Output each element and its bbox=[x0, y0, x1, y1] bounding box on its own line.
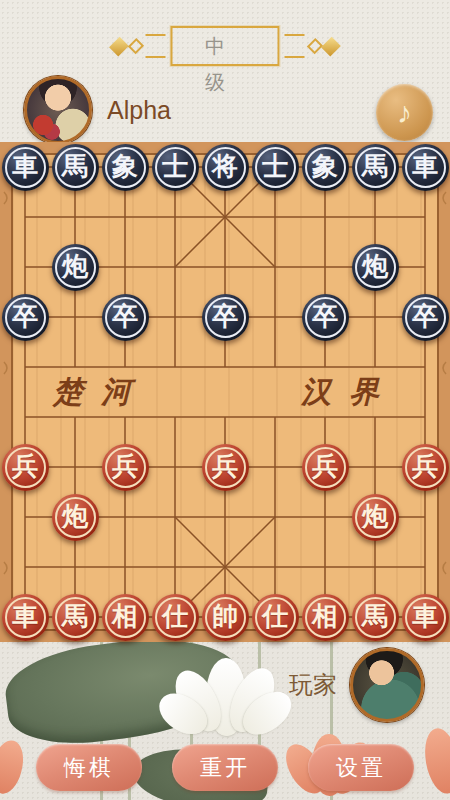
gold-rail bbox=[284, 34, 304, 58]
restart-button[interactable]: 重开 bbox=[172, 744, 278, 791]
piece-face: 馬 bbox=[55, 597, 96, 638]
piece-face: 士 bbox=[255, 147, 296, 188]
piece-char: 相 bbox=[112, 604, 138, 630]
piece-face: 馬 bbox=[55, 147, 96, 188]
piece-char: 車 bbox=[12, 154, 38, 180]
piece-face: 兵 bbox=[5, 447, 46, 488]
gold-ornament-icon bbox=[321, 36, 341, 56]
piece-char: 卒 bbox=[412, 304, 438, 330]
piece-face: 相 bbox=[105, 597, 146, 638]
player-avatar bbox=[350, 648, 424, 722]
piece-char: 相 bbox=[312, 604, 338, 630]
piece-red-elephant[interactable]: 相 bbox=[302, 594, 349, 641]
piece-char: 士 bbox=[162, 154, 188, 180]
gold-ornament-icon bbox=[127, 38, 143, 54]
piece-face: 仕 bbox=[255, 597, 296, 638]
piece-char: 兵 bbox=[212, 454, 238, 480]
piece-red-general[interactable]: 帥 bbox=[202, 594, 249, 641]
piece-char: 卒 bbox=[312, 304, 338, 330]
piece-char: 炮 bbox=[62, 254, 88, 280]
level-label: 中级 bbox=[171, 26, 279, 66]
piece-face: 将 bbox=[205, 147, 246, 188]
piece-face: 兵 bbox=[205, 447, 246, 488]
action-bar: 悔棋 重开 设置 bbox=[0, 744, 450, 791]
piece-char: 兵 bbox=[12, 454, 38, 480]
piece-face: 炮 bbox=[355, 497, 396, 538]
settings-button[interactable]: 设置 bbox=[308, 744, 414, 791]
piece-black-general[interactable]: 将 bbox=[202, 144, 249, 191]
piece-face: 馬 bbox=[355, 147, 396, 188]
level-badge: 中级 bbox=[113, 26, 338, 66]
piece-face: 象 bbox=[305, 147, 346, 188]
piece-face: 兵 bbox=[305, 447, 346, 488]
piece-face: 象 bbox=[105, 147, 146, 188]
piece-red-soldier[interactable]: 兵 bbox=[2, 444, 49, 491]
piece-char: 士 bbox=[262, 154, 288, 180]
piece-char: 仕 bbox=[162, 604, 188, 630]
piece-face: 炮 bbox=[355, 247, 396, 288]
piece-char: 兵 bbox=[412, 454, 438, 480]
piece-black-horse[interactable]: 馬 bbox=[52, 144, 99, 191]
piece-face: 卒 bbox=[405, 297, 446, 338]
opponent-name: Alpha bbox=[107, 96, 171, 125]
piece-red-advisor[interactable]: 仕 bbox=[252, 594, 299, 641]
piece-black-advisor[interactable]: 士 bbox=[252, 144, 299, 191]
piece-face: 卒 bbox=[5, 297, 46, 338]
opponent-info: Alpha bbox=[24, 76, 171, 144]
player-name: 玩家 bbox=[289, 669, 337, 701]
piece-face: 帥 bbox=[205, 597, 246, 638]
piece-black-soldier[interactable]: 卒 bbox=[2, 294, 49, 341]
piece-black-horse[interactable]: 馬 bbox=[352, 144, 399, 191]
piece-red-soldier[interactable]: 兵 bbox=[202, 444, 249, 491]
piece-char: 将 bbox=[212, 154, 238, 180]
music-button[interactable]: ♪ bbox=[376, 84, 433, 141]
piece-red-chariot[interactable]: 車 bbox=[402, 594, 449, 641]
piece-char: 炮 bbox=[362, 504, 388, 530]
piece-face: 炮 bbox=[55, 497, 96, 538]
piece-char: 炮 bbox=[362, 254, 388, 280]
piece-face: 兵 bbox=[105, 447, 146, 488]
piece-face: 士 bbox=[155, 147, 196, 188]
piece-char: 馬 bbox=[62, 154, 88, 180]
piece-char: 仕 bbox=[262, 604, 288, 630]
piece-char: 兵 bbox=[312, 454, 338, 480]
piece-char: 馬 bbox=[362, 154, 388, 180]
piece-red-soldier[interactable]: 兵 bbox=[402, 444, 449, 491]
piece-char: 帥 bbox=[212, 604, 238, 630]
piece-face: 相 bbox=[305, 597, 346, 638]
piece-black-soldier[interactable]: 卒 bbox=[202, 294, 249, 341]
piece-char: 象 bbox=[312, 154, 338, 180]
piece-red-cannon[interactable]: 炮 bbox=[352, 494, 399, 541]
piece-char: 卒 bbox=[212, 304, 238, 330]
piece-char: 兵 bbox=[112, 454, 138, 480]
piece-black-soldier[interactable]: 卒 bbox=[102, 294, 149, 341]
white-lotus-flower bbox=[168, 650, 283, 750]
piece-face: 仕 bbox=[155, 597, 196, 638]
piece-red-soldier[interactable]: 兵 bbox=[302, 444, 349, 491]
piece-red-elephant[interactable]: 相 bbox=[102, 594, 149, 641]
piece-face: 車 bbox=[405, 147, 446, 188]
piece-red-advisor[interactable]: 仕 bbox=[152, 594, 199, 641]
piece-black-cannon[interactable]: 炮 bbox=[352, 244, 399, 291]
piece-char: 車 bbox=[412, 604, 438, 630]
piece-black-soldier[interactable]: 卒 bbox=[302, 294, 349, 341]
piece-face: 車 bbox=[5, 597, 46, 638]
piece-red-soldier[interactable]: 兵 bbox=[102, 444, 149, 491]
piece-char: 炮 bbox=[62, 504, 88, 530]
piece-face: 卒 bbox=[305, 297, 346, 338]
piece-face: 兵 bbox=[405, 447, 446, 488]
piece-red-cannon[interactable]: 炮 bbox=[52, 494, 99, 541]
gold-ornament-icon bbox=[109, 36, 129, 56]
piece-black-cannon[interactable]: 炮 bbox=[52, 244, 99, 291]
app-screen: 中级 Alpha ♪ bbox=[0, 0, 450, 800]
piece-char: 車 bbox=[412, 154, 438, 180]
opponent-avatar bbox=[24, 76, 92, 144]
gold-rail bbox=[146, 34, 166, 58]
gold-ornament-icon bbox=[307, 38, 323, 54]
piece-char: 象 bbox=[112, 154, 138, 180]
piece-black-chariot[interactable]: 車 bbox=[402, 144, 449, 191]
board-grid[interactable]: 車馬象士将士象馬車炮炮卒卒卒卒卒兵兵兵兵兵炮炮車馬相仕帥仕相馬車 bbox=[0, 142, 450, 642]
piece-face: 炮 bbox=[55, 247, 96, 288]
piece-red-horse[interactable]: 馬 bbox=[52, 594, 99, 641]
xiangqi-board[interactable]: 楚河 汉界 車馬象士将士象馬車炮炮卒卒卒卒卒兵兵兵兵兵炮炮車馬相仕帥仕相馬車 bbox=[0, 142, 450, 642]
piece-red-horse[interactable]: 馬 bbox=[352, 594, 399, 641]
undo-button[interactable]: 悔棋 bbox=[36, 744, 142, 791]
piece-black-soldier[interactable]: 卒 bbox=[402, 294, 449, 341]
piece-face: 車 bbox=[405, 597, 446, 638]
piece-red-chariot[interactable]: 車 bbox=[2, 594, 49, 641]
piece-face: 卒 bbox=[205, 297, 246, 338]
piece-char: 車 bbox=[12, 604, 38, 630]
piece-black-chariot[interactable]: 車 bbox=[2, 144, 49, 191]
music-note-icon: ♪ bbox=[397, 96, 412, 130]
piece-char: 卒 bbox=[12, 304, 38, 330]
piece-face: 車 bbox=[5, 147, 46, 188]
piece-face: 馬 bbox=[355, 597, 396, 638]
player-info: 玩家 bbox=[289, 648, 424, 722]
piece-char: 馬 bbox=[62, 604, 88, 630]
piece-char: 馬 bbox=[362, 604, 388, 630]
piece-face: 卒 bbox=[105, 297, 146, 338]
piece-black-elephant[interactable]: 象 bbox=[302, 144, 349, 191]
piece-black-elephant[interactable]: 象 bbox=[102, 144, 149, 191]
piece-black-advisor[interactable]: 士 bbox=[152, 144, 199, 191]
piece-char: 卒 bbox=[112, 304, 138, 330]
